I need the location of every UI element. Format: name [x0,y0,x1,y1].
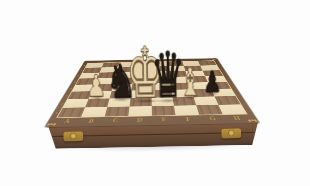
gold-ornament-icon [247,119,259,123]
gold-ornament-icon [212,59,216,60]
piece-white-pawn-b2[interactable]: ♟ [86,71,106,101]
file-label-g: G [199,115,226,123]
chess-set-photo: ABCDEFGH 87654321 ♟♞♚♛♝♟ [0,0,310,186]
scene-tilt-wrapper: ABCDEFGH 87654321 ♟♞♚♛♝♟ [0,0,310,186]
piece-black-pawn-g2[interactable]: ♟ [203,68,222,97]
file-label-e: E [152,116,177,124]
file-label-c: C [102,117,128,126]
brass-latch-icon [221,128,241,138]
file-label-f: F [176,115,202,123]
gold-ornament-icon [46,123,58,127]
brass-latch-icon [63,131,83,141]
square-h1[interactable] [218,104,246,114]
file-label-b: B [77,117,104,126]
square-b1[interactable] [81,107,107,117]
file-label-d: D [127,116,152,124]
piece-white-bishop-f2[interactable]: ♝ [179,63,202,101]
pieces-layer: ♟♞♚♛♝♟ [0,0,308,3]
gold-ornament-icon [86,62,90,63]
